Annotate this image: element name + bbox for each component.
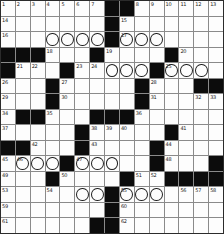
cell-r14c15[interactable]: [209, 203, 223, 218]
cell-r7c5[interactable]: 30: [60, 94, 74, 109]
clue-number: 54: [47, 187, 53, 193]
cell-r8c1[interactable]: 34: [1, 110, 15, 125]
black-cell-r8c9: [120, 110, 134, 125]
clue-number: 61: [2, 218, 8, 224]
cell-r14c3[interactable]: [31, 203, 45, 218]
clue-number: 50: [61, 172, 67, 178]
clue-number: 25: [166, 63, 172, 69]
cell-r3c13[interactable]: [179, 32, 193, 47]
cell-r9c8[interactable]: 39: [105, 125, 119, 140]
clue-number: 46: [17, 156, 23, 162]
clue-number: 45: [2, 156, 8, 162]
cell-r14c9[interactable]: 60: [120, 203, 134, 218]
circle-marker: [135, 64, 148, 78]
cell-r5c13[interactable]: [179, 63, 193, 78]
cell-r15c6[interactable]: [75, 218, 89, 233]
black-cell-r1c9: [120, 1, 134, 16]
cell-r13c3[interactable]: [31, 187, 45, 202]
cell-r11c10[interactable]: [135, 156, 149, 171]
cell-r12c2[interactable]: [16, 172, 30, 187]
clue-number: 19: [106, 48, 112, 54]
circle-marker: [120, 64, 133, 78]
cell-r10c4[interactable]: [46, 141, 60, 156]
cell-r12c3[interactable]: [31, 172, 45, 187]
cell-r6c8[interactable]: [105, 79, 119, 94]
cell-r4c13[interactable]: 20: [179, 48, 193, 63]
black-cell-r8c7: [90, 110, 104, 125]
clue-number: 22: [32, 63, 38, 69]
cell-r10c13[interactable]: [179, 141, 193, 156]
cell-r14c1[interactable]: 59: [1, 203, 15, 218]
clue-number: 38: [91, 125, 97, 131]
cell-r3c2[interactable]: [16, 32, 30, 47]
cell-r1c11[interactable]: 9: [150, 1, 164, 16]
clue-number: 49: [2, 172, 8, 178]
black-cell-r5c11: [150, 63, 164, 78]
cell-r4c10[interactable]: [135, 48, 149, 63]
clue-number: 41: [180, 125, 186, 131]
clue-number: 29: [2, 94, 8, 100]
cell-r15c10[interactable]: [135, 218, 149, 233]
cell-r1c3[interactable]: 3: [31, 1, 45, 16]
clue-number: 30: [61, 94, 67, 100]
cell-r12c6[interactable]: [75, 172, 89, 187]
clue-number: 8: [136, 1, 139, 7]
black-cell-r12c9: [120, 172, 134, 187]
cell-r5c12[interactable]: 25: [165, 63, 179, 78]
clue-number: 27: [61, 79, 67, 85]
cell-r3c14[interactable]: [194, 32, 208, 47]
cell-r5c14[interactable]: [194, 63, 208, 78]
black-cell-r12c15: [209, 172, 223, 187]
black-cell-r8c3: [31, 110, 45, 125]
cell-r6c5[interactable]: 27: [60, 79, 74, 94]
cell-r13c12[interactable]: [165, 187, 179, 202]
cell-r14c2[interactable]: [16, 203, 30, 218]
cell-r12c5[interactable]: 50: [60, 172, 74, 187]
cell-r1c14[interactable]: 12: [194, 1, 208, 16]
clue-number: 10: [166, 1, 172, 7]
cell-r2c6[interactable]: [75, 17, 89, 32]
clue-number: 26: [2, 79, 8, 85]
cell-r5c15[interactable]: [209, 63, 223, 78]
circle-marker: [106, 64, 119, 78]
cell-r7c12[interactable]: [165, 94, 179, 109]
black-cell-r1c8: [105, 1, 119, 16]
black-cell-r12c12: [165, 172, 179, 187]
clue-number: 18: [47, 48, 53, 54]
clue-number: 59: [2, 203, 8, 209]
black-cell-r12c14: [194, 172, 208, 187]
clue-number: 5: [61, 1, 64, 7]
cell-r8c12[interactable]: [165, 110, 179, 125]
cell-r7c13[interactable]: [179, 94, 193, 109]
cell-r11c9[interactable]: [120, 156, 134, 171]
black-cell-r10c6: [75, 141, 89, 156]
cell-r3c5[interactable]: [60, 32, 74, 47]
black-cell-r6c4: [46, 79, 60, 94]
cell-r3c4[interactable]: [46, 32, 60, 47]
cell-r15c15[interactable]: [209, 218, 223, 233]
black-cell-r2c8: [105, 17, 119, 32]
cell-r10c12[interactable]: 44: [165, 141, 179, 156]
cell-r9c10[interactable]: [135, 125, 149, 140]
cell-r7c14[interactable]: 32: [194, 94, 208, 109]
cell-r4c15[interactable]: [209, 48, 223, 63]
cell-r2c3[interactable]: [31, 17, 45, 32]
circle-marker: [150, 188, 163, 202]
cell-r13c2[interactable]: [16, 187, 30, 202]
clue-number: 3: [32, 1, 35, 7]
black-cell-r11c5: [60, 156, 74, 171]
cell-r6c12[interactable]: [165, 79, 179, 94]
cell-r15c5[interactable]: [60, 218, 74, 233]
cell-r12c8[interactable]: [105, 172, 119, 187]
cell-r9c9[interactable]: 40: [120, 125, 134, 140]
cell-r3c1[interactable]: 16: [1, 32, 15, 47]
cell-r7c11[interactable]: 31: [150, 94, 164, 109]
cell-r12c7[interactable]: [90, 172, 104, 187]
cell-r2c9[interactable]: 15: [120, 17, 134, 32]
cell-r2c2[interactable]: [16, 17, 30, 32]
cell-r10c15[interactable]: [209, 141, 223, 156]
cell-r11c3[interactable]: [31, 156, 45, 171]
clue-number: 17: [121, 32, 127, 38]
clue-number: 6: [76, 1, 79, 7]
cell-r9c3[interactable]: [31, 125, 45, 140]
cell-r11c12[interactable]: 48: [165, 156, 179, 171]
cell-r2c14[interactable]: [194, 17, 208, 32]
circle-marker: [76, 188, 89, 202]
cell-r2c4[interactable]: [46, 17, 60, 32]
cell-r14c4[interactable]: [46, 203, 60, 218]
circle-marker: [31, 157, 44, 171]
cell-r13c11[interactable]: [150, 187, 164, 202]
circle-marker: [135, 33, 148, 47]
cell-r2c1[interactable]: 14: [1, 17, 15, 32]
cell-r1c10[interactable]: 8: [135, 1, 149, 16]
cell-r14c5[interactable]: [60, 203, 74, 218]
black-cell-r4c2: [16, 48, 30, 63]
cell-r3c10[interactable]: [135, 32, 149, 47]
circle-marker: [46, 157, 59, 171]
cell-r2c11[interactable]: [150, 17, 164, 32]
cell-r10c14[interactable]: [194, 141, 208, 156]
cell-r9c2[interactable]: [16, 125, 30, 140]
cell-r4c9[interactable]: [120, 48, 134, 63]
clue-number: 53: [2, 187, 8, 193]
cell-r11c13[interactable]: [179, 156, 193, 171]
cell-r1c1[interactable]: 1: [1, 1, 15, 16]
cell-r7c3[interactable]: [31, 94, 45, 109]
cell-r2c13[interactable]: [179, 17, 193, 32]
clue-number: 62: [121, 218, 127, 224]
cell-r1c13[interactable]: 11: [179, 1, 193, 16]
cell-r14c14[interactable]: [194, 203, 208, 218]
clue-number: 12: [195, 1, 201, 7]
cell-r5c2[interactable]: 21: [16, 63, 30, 78]
cell-r13c15[interactable]: 58: [209, 187, 223, 202]
clue-number: 58: [210, 187, 216, 193]
circle-marker: [106, 157, 119, 171]
black-cell-r3c8: [105, 32, 119, 47]
cell-r7c2[interactable]: [16, 94, 30, 109]
black-cell-r10c1: [1, 141, 15, 156]
cell-r8c15[interactable]: [209, 110, 223, 125]
clue-number: 28: [151, 79, 157, 85]
cell-r14c7[interactable]: [90, 203, 104, 218]
cell-r5c8[interactable]: [105, 63, 119, 78]
cell-r2c15[interactable]: [209, 17, 223, 32]
cell-r6c13[interactable]: [179, 79, 193, 94]
cell-r10c8[interactable]: [105, 141, 119, 156]
cell-r15c9[interactable]: 62: [120, 218, 134, 233]
cell-r2c5[interactable]: [60, 17, 74, 32]
cell-r8c10[interactable]: 36: [135, 110, 149, 125]
cell-r5c4[interactable]: [46, 63, 60, 78]
clue-number: 33: [210, 94, 216, 100]
cell-r13c5[interactable]: [60, 187, 74, 202]
cell-r8c14[interactable]: [194, 110, 208, 125]
cell-r7c9[interactable]: [120, 94, 134, 109]
clue-number: 20: [180, 48, 186, 54]
black-cell-r4c1: [1, 48, 15, 63]
black-cell-r5c5: [60, 63, 74, 78]
cell-r15c13[interactable]: [179, 218, 193, 233]
black-cell-r9c6: [75, 125, 89, 140]
clue-number: 43: [91, 141, 97, 147]
circle-marker: [195, 64, 208, 78]
black-cell-r4c12: [165, 48, 179, 63]
cell-r2c12[interactable]: [165, 17, 179, 32]
cell-r6c7[interactable]: [90, 79, 104, 94]
cell-r4c11[interactable]: [150, 48, 164, 63]
cell-r15c4[interactable]: [46, 218, 60, 233]
cell-r13c9[interactable]: 55: [120, 187, 134, 202]
cell-r1c7[interactable]: 7: [90, 1, 104, 16]
cell-r7c8[interactable]: [105, 94, 119, 109]
clue-number: 16: [2, 32, 8, 38]
cell-r3c6[interactable]: [75, 32, 89, 47]
cell-r9c13[interactable]: 41: [179, 125, 193, 140]
cell-r11c6[interactable]: 47: [75, 156, 89, 171]
cell-r3c15[interactable]: [209, 32, 223, 47]
black-cell-r4c7: [90, 48, 104, 63]
clue-number: 37: [2, 125, 8, 131]
circle-marker: [150, 33, 163, 47]
cell-r8c6[interactable]: [75, 110, 89, 125]
clue-number: 39: [106, 125, 112, 131]
cell-r13c13[interactable]: 56: [179, 187, 193, 202]
cell-r4c8[interactable]: 19: [105, 48, 119, 63]
cell-r12c10[interactable]: 51: [135, 172, 149, 187]
cell-r13c4[interactable]: 54: [46, 187, 60, 202]
black-cell-r14c8: [105, 203, 119, 218]
black-cell-r6c15: [209, 79, 223, 94]
cell-r5c10[interactable]: [135, 63, 149, 78]
clue-number: 31: [151, 94, 157, 100]
cell-r9c15[interactable]: [209, 125, 223, 140]
cell-r1c4[interactable]: 4: [46, 1, 60, 16]
clue-number: 21: [17, 63, 23, 69]
cell-r10c7[interactable]: 43: [90, 141, 104, 156]
cell-r13c10[interactable]: [135, 187, 149, 202]
cell-r9c1[interactable]: 37: [1, 125, 15, 140]
cell-r9c5[interactable]: [60, 125, 74, 140]
clue-number: 34: [2, 110, 8, 116]
black-cell-r12c4: [46, 172, 60, 187]
cell-r13c7[interactable]: [90, 187, 104, 202]
black-cell-r4c3: [31, 48, 45, 63]
clue-number: 32: [195, 94, 201, 100]
circle-marker: [180, 64, 193, 78]
clue-number: 11: [180, 1, 186, 7]
cell-r11c2[interactable]: 46: [16, 156, 30, 171]
black-cell-r10c11: [150, 141, 164, 156]
cell-r5c6[interactable]: 23: [75, 63, 89, 78]
cell-r8c5[interactable]: [60, 110, 74, 125]
cell-r14c10[interactable]: [135, 203, 149, 218]
black-cell-r15c7: [90, 218, 104, 233]
clue-number: 35: [47, 110, 53, 116]
cell-r3c7[interactable]: [90, 32, 104, 47]
black-cell-r5c1: [1, 63, 15, 78]
cell-r3c12[interactable]: [165, 32, 179, 47]
clue-number: 7: [91, 1, 94, 7]
black-cell-r9c12: [165, 125, 179, 140]
cell-r1c15[interactable]: 13: [209, 1, 223, 16]
circle-marker: [91, 157, 104, 171]
cell-r11c14[interactable]: [194, 156, 208, 171]
circle-marker: [46, 33, 59, 47]
crossword-puzzle: 1234567891011121314151617181920212223242…: [0, 0, 224, 234]
clue-number: 9: [151, 1, 154, 7]
cell-r10c3[interactable]: 42: [31, 141, 45, 156]
cell-r13c1[interactable]: 53: [1, 187, 15, 202]
cell-r12c11[interactable]: 52: [150, 172, 164, 187]
clue-number: 47: [76, 156, 82, 162]
black-cell-r11c11: [150, 156, 164, 171]
cell-r15c14[interactable]: [194, 218, 208, 233]
circle-marker: [76, 33, 89, 47]
cell-r7c7[interactable]: [90, 94, 104, 109]
cell-r7c15[interactable]: 33: [209, 94, 223, 109]
cell-r3c3[interactable]: [31, 32, 45, 47]
cell-r10c10[interactable]: [135, 141, 149, 156]
cell-r9c14[interactable]: [194, 125, 208, 140]
cell-r14c11[interactable]: [150, 203, 164, 218]
cell-r9c4[interactable]: [46, 125, 60, 140]
clue-number: 60: [121, 203, 127, 209]
cell-r6c1[interactable]: 26: [1, 79, 15, 94]
cell-r9c7[interactable]: 38: [90, 125, 104, 140]
cell-r4c4[interactable]: 18: [46, 48, 60, 63]
clue-number: 36: [136, 110, 142, 116]
cell-r8c4[interactable]: 35: [46, 110, 60, 125]
black-cell-r6c14: [194, 79, 208, 94]
cell-r11c8[interactable]: [105, 156, 119, 171]
cell-r4c14[interactable]: [194, 48, 208, 63]
cell-r1c6[interactable]: 6: [75, 1, 89, 16]
clue-number: 4: [47, 1, 50, 7]
cell-r11c4[interactable]: [46, 156, 60, 171]
crossword-grid: 1234567891011121314151617181920212223242…: [0, 0, 224, 234]
cell-r13c14[interactable]: 57: [194, 187, 208, 202]
cell-r7c1[interactable]: 29: [1, 94, 15, 109]
circle-marker: [91, 33, 104, 47]
cell-r11c1[interactable]: 45: [1, 156, 15, 171]
cell-r15c3[interactable]: [31, 218, 45, 233]
clue-number: 42: [32, 141, 38, 147]
clue-number: 24: [91, 63, 97, 69]
cell-r5c3[interactable]: 22: [31, 63, 45, 78]
black-cell-r12c13: [179, 172, 193, 187]
cell-r6c3[interactable]: [31, 79, 45, 94]
black-cell-r7c10: [135, 94, 149, 109]
clue-number: 13: [210, 1, 216, 7]
cell-r1c12[interactable]: 10: [165, 1, 179, 16]
circle-marker: [91, 188, 104, 202]
cell-r6c9[interactable]: [120, 79, 134, 94]
cell-r13c6[interactable]: [75, 187, 89, 202]
cell-r11c7[interactable]: [90, 156, 104, 171]
black-cell-r13c8: [105, 187, 119, 202]
cell-r2c7[interactable]: [90, 17, 104, 32]
cell-r4c6[interactable]: [75, 48, 89, 63]
circle-marker: [61, 33, 74, 47]
cell-r15c11[interactable]: [150, 218, 164, 233]
cell-r10c5[interactable]: [60, 141, 74, 156]
black-cell-r8c2: [16, 110, 30, 125]
cell-r8c13[interactable]: [179, 110, 193, 125]
cell-r6c11[interactable]: 28: [150, 79, 164, 94]
clue-number: 23: [76, 63, 82, 69]
clue-number: 56: [180, 187, 186, 193]
cell-r10c9[interactable]: [120, 141, 134, 156]
cell-r2c10[interactable]: [135, 17, 149, 32]
circle-marker: [135, 188, 148, 202]
cell-r15c12[interactable]: [165, 218, 179, 233]
cell-r3c9[interactable]: 17: [120, 32, 134, 47]
black-cell-r10c2: [16, 141, 30, 156]
cell-r1c5[interactable]: 5: [60, 1, 74, 16]
cell-r5c9[interactable]: [120, 63, 134, 78]
cell-r9c11[interactable]: [150, 125, 164, 140]
cell-r12c1[interactable]: 49: [1, 172, 15, 187]
cell-r4c5[interactable]: [60, 48, 74, 63]
cell-r15c2[interactable]: [16, 218, 30, 233]
cell-r6c2[interactable]: [16, 79, 30, 94]
clue-number: 44: [166, 141, 172, 147]
cell-r8c11[interactable]: [150, 110, 164, 125]
clue-number: 55: [121, 187, 127, 193]
clue-number: 2: [17, 1, 20, 7]
clue-number: 1: [2, 1, 5, 7]
cell-r5c7[interactable]: 24: [90, 63, 104, 78]
black-cell-r7c4: [46, 94, 60, 109]
cell-r14c6[interactable]: [75, 203, 89, 218]
cell-r15c1[interactable]: 61: [1, 218, 15, 233]
cell-r1c2[interactable]: 2: [16, 1, 30, 16]
cell-r7c6[interactable]: [75, 94, 89, 109]
black-cell-r8c8: [105, 110, 119, 125]
clue-number: 40: [121, 125, 127, 131]
cell-r6c6[interactable]: [75, 79, 89, 94]
clue-number: 15: [121, 17, 127, 23]
cell-r3c11[interactable]: [150, 32, 164, 47]
cell-r14c12[interactable]: [165, 203, 179, 218]
cell-r14c13[interactable]: [179, 203, 193, 218]
